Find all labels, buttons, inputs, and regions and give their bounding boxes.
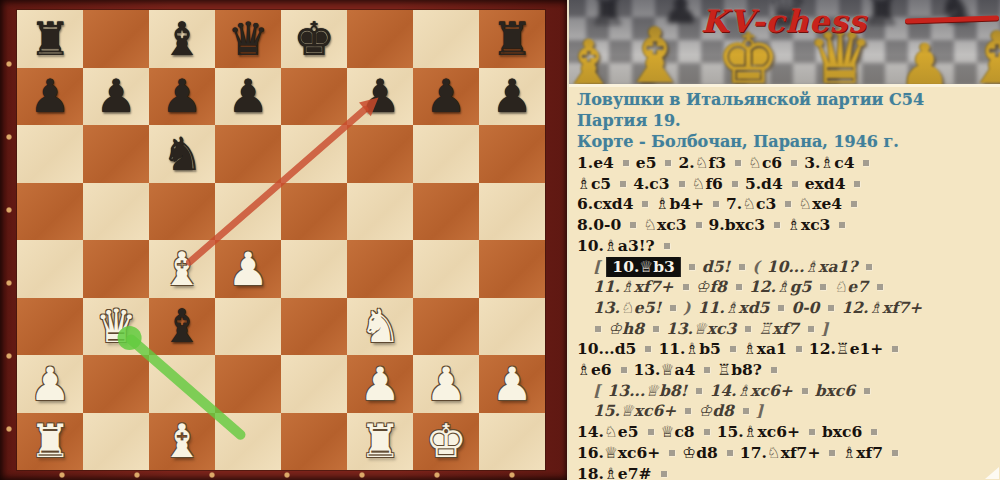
move[interactable]: ♗b4+ (655, 194, 704, 213)
move-separator-icon (864, 388, 870, 394)
move-separator-icon (863, 160, 869, 166)
notation-line: [10.♕b3d5!(10...♗xa1? (577, 257, 998, 278)
move-separator-icon (732, 181, 738, 187)
move-separator-icon (802, 388, 808, 394)
square-a5[interactable] (17, 183, 83, 241)
move[interactable]: 5.d4 (745, 174, 783, 193)
opening-title: Ловушки в Итальянской партии C54 (577, 89, 998, 110)
move[interactable]: ♔d8 (682, 443, 718, 462)
move-separator-icon (620, 181, 626, 187)
move[interactable]: ♗xa1 (743, 339, 787, 358)
square-f1[interactable]: ♜ (347, 413, 413, 471)
move-separator-icon (621, 367, 627, 373)
move[interactable]: 11.♗xf7+ (593, 277, 674, 296)
square-e6[interactable] (281, 125, 347, 183)
notation-line: 8.0-0♘xc39.bxc3♗xc3 (577, 215, 998, 236)
black-pawn-h7[interactable]: ♟ (491, 73, 532, 119)
notation-line: ♗e613.♕a4♖b8? (577, 360, 998, 381)
move-separator-icon (661, 471, 667, 477)
square-c4[interactable]: ♝ (149, 240, 215, 298)
move[interactable]: ♔h8 (608, 319, 644, 338)
chess-board[interactable]: ♜♝♛♚♜♟♟♟♟♟♟♟♞♝♟♛♝♞♟♟♟♟♜♝♜♚ (17, 10, 545, 470)
black-rook-h8[interactable]: ♜ (491, 16, 532, 62)
move-separator-icon (648, 429, 654, 435)
game-text-area: Ловушки в Итальянской партии C54 Партия … (569, 84, 1000, 480)
kv-chess-app: ♜♝♛♚♜♟♟♟♟♟♟♟♞♝♟♛♝♞♟♟♟♟♜♝♜♚ ♜♟♛♜♞ ♝♝♚♛♟♝ … (0, 0, 1000, 480)
white-king-g1[interactable]: ♚ (425, 418, 466, 464)
white-bishop-c1[interactable]: ♝ (161, 418, 202, 464)
variation-bracket: ] (756, 401, 763, 420)
notation-line: 1.e4e52.♘f3♘c63.♗c4 (577, 153, 998, 174)
move-separator-icon (696, 222, 702, 228)
square-e3[interactable] (281, 298, 347, 356)
square-e2[interactable] (281, 355, 347, 413)
square-f3[interactable]: ♞ (347, 298, 413, 356)
square-b8[interactable] (83, 10, 149, 68)
white-bishop-c4[interactable]: ♝ (161, 246, 202, 292)
square-h4[interactable] (479, 240, 545, 298)
move[interactable]: 13.♘e5! (593, 298, 661, 317)
square-e4[interactable] (281, 240, 347, 298)
move-separator-icon (851, 201, 857, 207)
black-pawn-d7[interactable]: ♟ (227, 73, 268, 119)
square-f6[interactable] (347, 125, 413, 183)
move[interactable]: ♗e6 (577, 360, 612, 379)
square-f8[interactable] (347, 10, 413, 68)
variation-bracket: [ (593, 257, 600, 276)
variation-bracket: ) (683, 298, 690, 317)
move-separator-icon (828, 305, 834, 311)
move-separator-icon (739, 264, 745, 270)
move-separator-icon (669, 450, 675, 456)
white-pawn-h2[interactable]: ♟ (491, 361, 532, 407)
notation-panel: ♜♟♛♜♞ ♝♝♚♛♟♝ KV-chess Ловушки в Итальянс… (567, 0, 1000, 480)
notation-line: 10...d511.♗b5♗xa112.♖e1+ (577, 339, 998, 360)
move[interactable]: ♗xc3 (787, 215, 830, 234)
move[interactable]: ♘xe4 (798, 194, 842, 213)
black-pawn-g7[interactable]: ♟ (425, 73, 466, 119)
square-d2[interactable] (215, 355, 281, 413)
square-d7[interactable]: ♟ (215, 68, 281, 126)
notation-line: 6.cxd4♗b4+7.♘c3♘xe4 (577, 194, 998, 215)
move[interactable]: 16.♕xc6+ (577, 443, 660, 462)
kv-chess-logo: KV-chess (701, 6, 867, 37)
move[interactable]: 8.0-0 (577, 215, 621, 234)
move-separator-icon (730, 346, 736, 352)
square-c5[interactable] (149, 183, 215, 241)
notation-line: 15.♕xc6+♔d8] (577, 401, 998, 422)
move[interactable]: ♖xf7 (758, 319, 799, 338)
square-d8[interactable]: ♛ (215, 10, 281, 68)
frame-nail-dots-bottom (24, 470, 544, 480)
move-separator-icon (665, 160, 671, 166)
square-b5[interactable] (83, 183, 149, 241)
move[interactable]: 11.♗xd5 (698, 298, 770, 317)
move[interactable]: ♖b8? (717, 360, 762, 379)
square-h5[interactable] (479, 183, 545, 241)
move-separator-icon (664, 243, 670, 249)
square-e8[interactable]: ♚ (281, 10, 347, 68)
square-d1[interactable] (215, 413, 281, 471)
highlighted-move[interactable]: 10.♕b3 (607, 257, 679, 278)
move-separator-icon (778, 305, 784, 311)
move[interactable]: 12.♗xf7+ (841, 298, 922, 317)
black-pawn-b7[interactable]: ♟ (95, 73, 136, 119)
move-separator-icon (642, 201, 648, 207)
black-bishop-c3[interactable]: ♝ (161, 303, 202, 349)
notation-line: 10.♗a3!? (577, 236, 998, 257)
move-separator-icon (679, 181, 685, 187)
square-g6[interactable] (413, 125, 479, 183)
move[interactable]: 3.♗c4 (804, 153, 854, 172)
square-e5[interactable] (281, 183, 347, 241)
chess-board-area: ♜♝♛♚♜♟♟♟♟♟♟♟♞♝♟♛♝♞♟♟♟♟♜♝♜♚ (0, 0, 567, 480)
square-b1[interactable] (83, 413, 149, 471)
square-h1[interactable] (479, 413, 545, 471)
move-separator-icon (727, 450, 733, 456)
square-g5[interactable] (413, 183, 479, 241)
square-d4[interactable]: ♟ (215, 240, 281, 298)
white-knight-f3[interactable]: ♞ (359, 303, 400, 349)
move[interactable]: ♘xc3 (643, 215, 686, 234)
move-separator-icon (871, 429, 877, 435)
black-king-e8[interactable]: ♚ (293, 16, 334, 62)
variation-bracket: [ (593, 381, 600, 400)
square-b7[interactable]: ♟ (83, 68, 149, 126)
notation-line: ♗c54.c3♘f65.d4exd4 (577, 174, 998, 195)
move-separator-icon (820, 284, 826, 290)
move-separator-icon (670, 305, 676, 311)
move[interactable]: 10...♗xa1? (767, 257, 858, 276)
black-pawn-f7[interactable]: ♟ (359, 73, 400, 119)
square-c8[interactable]: ♝ (149, 10, 215, 68)
move-separator-icon (854, 181, 860, 187)
move[interactable]: exd4 (805, 174, 846, 193)
square-h8[interactable]: ♜ (479, 10, 545, 68)
move-separator-icon (696, 388, 702, 394)
move-separator-icon (892, 450, 898, 456)
square-f5[interactable] (347, 183, 413, 241)
move-separator-icon (630, 222, 636, 228)
square-b2[interactable] (83, 355, 149, 413)
square-h2[interactable]: ♟ (479, 355, 545, 413)
move-separator-icon (809, 429, 815, 435)
square-e7[interactable] (281, 68, 347, 126)
square-c6[interactable]: ♞ (149, 125, 215, 183)
square-g1[interactable]: ♚ (413, 413, 479, 471)
move-separator-icon (877, 284, 883, 290)
move-separator-icon (808, 326, 814, 332)
move[interactable]: 13.♕xc3 (666, 319, 736, 338)
notation-line: 13.♘e5!)11.♗xd50-012.♗xf7+ (577, 298, 998, 319)
square-b6[interactable] (83, 125, 149, 183)
square-d3[interactable] (215, 298, 281, 356)
square-g3[interactable] (413, 298, 479, 356)
move[interactable]: 9.bxc3 (709, 215, 765, 234)
move[interactable]: 12.♖e1+ (809, 339, 884, 358)
white-pawn-f2[interactable]: ♟ (359, 361, 400, 407)
square-a2[interactable]: ♟ (17, 355, 83, 413)
move[interactable]: bxc6 (822, 422, 862, 441)
square-c1[interactable]: ♝ (149, 413, 215, 471)
frame-nail-dots-left (3, 26, 15, 454)
square-g2[interactable]: ♟ (413, 355, 479, 413)
square-g7[interactable]: ♟ (413, 68, 479, 126)
move-separator-icon (892, 346, 898, 352)
square-c7[interactable]: ♟ (149, 68, 215, 126)
move[interactable]: 7.♘c3 (726, 194, 776, 213)
move-separator-icon (745, 326, 751, 332)
move-separator-icon (829, 450, 835, 456)
black-knight-c6[interactable]: ♞ (161, 131, 202, 177)
notation-line: 18.♗e7# (577, 464, 998, 480)
players-event-line: Корте - Болбочан, Парана, 1946 г. (577, 131, 998, 152)
move[interactable]: 0-0 (791, 298, 819, 317)
square-g4[interactable] (413, 240, 479, 298)
move-separator-icon (689, 264, 695, 270)
move[interactable]: e5 (636, 153, 657, 172)
move-separator-icon (792, 181, 798, 187)
move[interactable]: ♘e7 (833, 277, 868, 296)
move-separator-icon (791, 160, 797, 166)
move[interactable]: 4.c3 (633, 174, 669, 193)
white-pawn-d4[interactable]: ♟ (227, 246, 268, 292)
white-pawn-g2[interactable]: ♟ (425, 361, 466, 407)
square-f4[interactable] (347, 240, 413, 298)
move[interactable]: 14.♘e5 (577, 422, 639, 441)
move[interactable]: 17.♘xf7+ (740, 443, 821, 462)
move-separator-icon (774, 222, 780, 228)
square-d5[interactable] (215, 183, 281, 241)
move[interactable]: 15.♕xc6+ (593, 401, 676, 420)
move-separator-icon (683, 284, 689, 290)
notation-line: [13...♕b8!14.♗xc6+bxc6 (577, 381, 998, 402)
move[interactable]: 11.♗b5 (658, 339, 720, 358)
square-a1[interactable]: ♜ (17, 413, 83, 471)
square-e1[interactable] (281, 413, 347, 471)
move[interactable]: ♔f8 (696, 277, 727, 296)
square-a3[interactable] (17, 298, 83, 356)
move-separator-icon (771, 367, 777, 373)
move-separator-icon (595, 326, 601, 332)
square-a4[interactable] (17, 240, 83, 298)
square-h3[interactable] (479, 298, 545, 356)
move-separator-icon (839, 222, 845, 228)
move[interactable]: 15.♗xc6+ (717, 422, 800, 441)
square-h7[interactable]: ♟ (479, 68, 545, 126)
variation-bracket: ( (752, 257, 759, 276)
move[interactable]: ♘f6 (692, 174, 723, 193)
notation-line: 14.♘e5♕c815.♗xc6+bxc6 (577, 422, 998, 443)
square-a7[interactable]: ♟ (17, 68, 83, 126)
move[interactable]: 13.♕a4 (634, 360, 696, 379)
square-f7[interactable]: ♟ (347, 68, 413, 126)
move-separator-icon (743, 408, 749, 414)
notation-line: 11.♗xf7+♔f812.♗g5♘e7 (577, 277, 998, 298)
square-a6[interactable] (17, 125, 83, 183)
white-rook-a1[interactable]: ♜ (29, 418, 70, 464)
white-pawn-a2[interactable]: ♟ (29, 361, 70, 407)
move-list: 1.e4e52.♘f3♘c63.♗c4♗c54.c3♘f65.d4exd46.c… (577, 153, 998, 480)
notation-line: ♔h813.♕xc3♖xf7] (577, 319, 998, 340)
move[interactable]: ♕c8 (661, 422, 695, 441)
move[interactable]: 13...♕b8! (607, 381, 687, 400)
move-separator-icon (645, 346, 651, 352)
move[interactable]: ♗c5 (577, 174, 611, 193)
move[interactable]: ♗xf7 (842, 443, 883, 462)
square-f2[interactable]: ♟ (347, 355, 413, 413)
move-separator-icon (796, 346, 802, 352)
square-c3[interactable]: ♝ (149, 298, 215, 356)
black-rook-a8[interactable]: ♜ (29, 16, 70, 62)
black-queen-d8[interactable]: ♛ (227, 16, 268, 62)
move[interactable]: 14.♗xc6+ (709, 381, 792, 400)
move-separator-icon (685, 408, 691, 414)
move[interactable]: ♔d8 (698, 401, 734, 420)
black-bishop-c8[interactable]: ♝ (161, 16, 202, 62)
game-number: Партия 19. (577, 110, 998, 131)
move[interactable]: bxc6 (815, 381, 855, 400)
notation-line: 16.♕xc6+♔d817.♘xf7+♗xf7 (577, 443, 998, 464)
move[interactable]: 2.♘f3 (678, 153, 726, 172)
white-queen-b3[interactable]: ♛ (95, 303, 136, 349)
move[interactable]: 10...d5 (577, 339, 636, 358)
move-separator-icon (736, 284, 742, 290)
banner-photo: ♜♟♛♜♞ ♝♝♚♛♟♝ KV-chess (569, 0, 1000, 84)
move[interactable]: 10.♗a3!? (577, 236, 655, 255)
move[interactable]: 6.cxd4 (577, 194, 633, 213)
move-separator-icon (735, 160, 741, 166)
move-separator-icon (785, 201, 791, 207)
move-separator-icon (653, 326, 659, 332)
square-h6[interactable] (479, 125, 545, 183)
black-pawn-a7[interactable]: ♟ (29, 73, 70, 119)
move-separator-icon (623, 160, 629, 166)
move-separator-icon (713, 201, 719, 207)
move-separator-icon (704, 429, 710, 435)
move[interactable]: d5! (702, 257, 730, 276)
square-d6[interactable] (215, 125, 281, 183)
move[interactable]: ♘c6 (748, 153, 782, 172)
move[interactable]: 12.♗g5 (749, 277, 811, 296)
move-separator-icon (866, 264, 872, 270)
variation-bracket: ] (821, 319, 828, 338)
square-a8[interactable]: ♜ (17, 10, 83, 68)
square-b3[interactable]: ♛ (83, 298, 149, 356)
move-separator-icon (704, 367, 710, 373)
move[interactable]: 1.e4 (577, 153, 614, 172)
square-g8[interactable] (413, 10, 479, 68)
square-c2[interactable] (149, 355, 215, 413)
square-b4[interactable] (83, 240, 149, 298)
white-rook-f1[interactable]: ♜ (359, 418, 400, 464)
move[interactable]: 18.♗e7# (577, 464, 652, 480)
black-pawn-c7[interactable]: ♟ (161, 73, 202, 119)
